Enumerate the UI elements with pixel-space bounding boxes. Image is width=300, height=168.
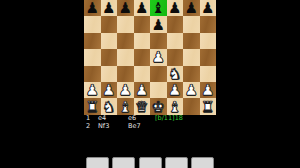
square-d2[interactable]: ♟	[134, 82, 151, 98]
square-e4[interactable]: ♟	[150, 49, 167, 65]
square-b7[interactable]: ♟	[101, 0, 118, 16]
square-a3[interactable]	[84, 66, 101, 82]
piece-wP-b2[interactable]: ♟	[102, 82, 115, 98]
piece-bP-a7[interactable]: ♟	[86, 0, 99, 16]
square-e6[interactable]: ♟	[150, 16, 167, 32]
square-a1[interactable]: ♜	[84, 98, 101, 114]
piece-bP-c7[interactable]: ♟	[119, 0, 132, 16]
square-c2[interactable]: ♟	[117, 82, 134, 98]
piece-wB-c1[interactable]: ♝	[119, 99, 132, 115]
square-g7[interactable]: ♟	[183, 0, 200, 16]
square-c7[interactable]: ♟	[117, 0, 134, 16]
square-c3[interactable]	[117, 66, 134, 82]
nav-button-3[interactable]	[139, 157, 162, 168]
nav-button-4[interactable]	[165, 157, 188, 168]
square-b1[interactable]: ♞	[101, 98, 118, 114]
nav-button-1[interactable]	[86, 157, 109, 168]
square-g3[interactable]	[183, 66, 200, 82]
black-move: Be7	[128, 122, 141, 130]
square-c4[interactable]	[117, 49, 134, 65]
piece-wP-e4[interactable]: ♟	[152, 49, 165, 65]
nav-button-2[interactable]	[112, 157, 135, 168]
square-b4[interactable]	[101, 49, 118, 65]
square-h6[interactable]	[200, 16, 217, 32]
square-f2[interactable]: ♟	[167, 82, 184, 98]
square-b2[interactable]: ♟	[101, 82, 118, 98]
square-f3[interactable]: ♞	[167, 66, 184, 82]
black-move: e6	[128, 114, 136, 122]
square-a6[interactable]	[84, 16, 101, 32]
move-number: 2	[86, 122, 90, 130]
move-list-row-1: 1 e4 e6 [b/11]18	[84, 114, 216, 122]
square-g4[interactable]	[183, 49, 200, 65]
piece-wB-f1[interactable]: ♝	[168, 99, 181, 115]
chess-app-area: ♟♟♟♟♝♟♟♟♟♟♞♟♟♟♟♟♟♟♜♞♝♛♚♝♜ 1 e4 e6 [b/11]…	[84, 0, 216, 168]
piece-wP-h2[interactable]: ♟	[201, 82, 214, 98]
square-d5[interactable]	[134, 33, 151, 49]
piece-wN-f3[interactable]: ♞	[168, 66, 181, 82]
piece-bP-e6[interactable]: ♟	[152, 17, 165, 33]
white-move: e4	[98, 114, 106, 122]
piece-bP-h7[interactable]: ♟	[201, 0, 214, 16]
square-e7[interactable]: ♝	[150, 0, 167, 16]
piece-bP-d7[interactable]: ♟	[135, 0, 148, 16]
square-a5[interactable]	[84, 33, 101, 49]
square-d6[interactable]	[134, 16, 151, 32]
square-g1[interactable]	[183, 98, 200, 114]
square-a4[interactable]	[84, 49, 101, 65]
square-h5[interactable]	[200, 33, 217, 49]
square-f1[interactable]: ♝	[167, 98, 184, 114]
move-number: 1	[86, 114, 90, 122]
square-a2[interactable]: ♟	[84, 82, 101, 98]
square-g5[interactable]	[183, 33, 200, 49]
square-g6[interactable]	[183, 16, 200, 32]
piece-wP-g2[interactable]: ♟	[185, 82, 198, 98]
piece-bB-e7[interactable]: ♝	[152, 0, 165, 16]
square-c5[interactable]	[117, 33, 134, 49]
piece-wP-f2[interactable]: ♟	[168, 82, 181, 98]
piece-wP-a2[interactable]: ♟	[86, 82, 99, 98]
square-e5[interactable]	[150, 33, 167, 49]
piece-wN-b1[interactable]: ♞	[102, 99, 115, 115]
piece-bP-g7[interactable]: ♟	[185, 0, 198, 16]
square-d7[interactable]: ♟	[134, 0, 151, 16]
square-h3[interactable]	[200, 66, 217, 82]
piece-wP-d2[interactable]: ♟	[135, 82, 148, 98]
square-d1[interactable]: ♛	[134, 98, 151, 114]
square-h1[interactable]: ♜	[200, 98, 217, 114]
square-d3[interactable]	[134, 66, 151, 82]
white-move: Nf3	[98, 122, 109, 130]
square-b3[interactable]	[101, 66, 118, 82]
square-b5[interactable]	[101, 33, 118, 49]
move-list-row-2: 2 Nf3 Be7	[84, 122, 216, 130]
square-g2[interactable]: ♟	[183, 82, 200, 98]
phone-screen: ♟♟♟♟♝♟♟♟♟♟♞♟♟♟♟♟♟♟♜♞♝♛♚♝♜ 1 e4 e6 [b/11]…	[0, 0, 300, 168]
piece-bP-f7[interactable]: ♟	[168, 0, 181, 16]
piece-wP-c2[interactable]: ♟	[119, 82, 132, 98]
square-e2[interactable]	[150, 82, 167, 98]
square-f4[interactable]	[167, 49, 184, 65]
engine-status-text: [b/11]18	[155, 114, 183, 122]
square-b6[interactable]	[101, 16, 118, 32]
piece-wQ-d1[interactable]: ♛	[135, 99, 148, 115]
square-f5[interactable]	[167, 33, 184, 49]
square-f7[interactable]: ♟	[167, 0, 184, 16]
piece-wK-e1[interactable]: ♚	[152, 99, 165, 115]
piece-bP-b7[interactable]: ♟	[102, 0, 115, 16]
square-c1[interactable]: ♝	[117, 98, 134, 114]
piece-wR-a1[interactable]: ♜	[86, 99, 99, 115]
square-h4[interactable]	[200, 49, 217, 65]
nav-button-5[interactable]	[191, 157, 214, 168]
piece-wR-h1[interactable]: ♜	[201, 99, 214, 115]
chess-board[interactable]: ♟♟♟♟♝♟♟♟♟♟♞♟♟♟♟♟♟♟♜♞♝♛♚♝♜	[84, 0, 216, 115]
square-e1[interactable]: ♚	[150, 98, 167, 114]
square-h2[interactable]: ♟	[200, 82, 217, 98]
square-a7[interactable]: ♟	[84, 0, 101, 16]
square-h7[interactable]: ♟	[200, 0, 217, 16]
bottom-nav-bar	[84, 157, 216, 168]
square-e3[interactable]	[150, 66, 167, 82]
square-d4[interactable]	[134, 49, 151, 65]
square-f6[interactable]	[167, 16, 184, 32]
square-c6[interactable]	[117, 16, 134, 32]
